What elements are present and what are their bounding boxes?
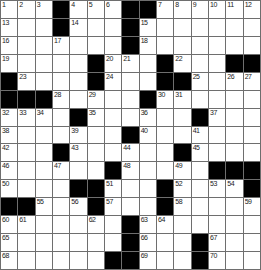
cell-r11c13[interactable]: 53 bbox=[209, 180, 225, 197]
clue-number-18: 18 bbox=[141, 37, 148, 45]
clue-number-55: 55 bbox=[37, 198, 44, 206]
cell-r2c11[interactable] bbox=[174, 19, 190, 36]
cell-r4c2[interactable] bbox=[18, 55, 34, 72]
cell-r1c2[interactable]: 2 bbox=[18, 1, 34, 18]
cell-r7c9[interactable]: 36 bbox=[140, 109, 156, 126]
cell-r9c15[interactable] bbox=[244, 144, 260, 161]
cell-r15c5[interactable] bbox=[70, 252, 86, 269]
clue-number-9: 9 bbox=[193, 1, 196, 9]
cell-r8c4[interactable] bbox=[53, 127, 69, 144]
clue-number-12: 12 bbox=[245, 1, 252, 9]
clue-number-43: 43 bbox=[71, 144, 78, 152]
black-square-r5c6 bbox=[88, 73, 104, 90]
cell-r12c3[interactable]: 55 bbox=[36, 198, 52, 215]
cell-r2c13[interactable] bbox=[209, 19, 225, 36]
cell-r5c12[interactable]: 25 bbox=[192, 73, 208, 90]
black-square-r4c10 bbox=[157, 55, 173, 72]
black-square-r12c1 bbox=[1, 198, 17, 215]
cell-r7c8[interactable] bbox=[122, 109, 138, 126]
cell-r15c4[interactable] bbox=[53, 252, 69, 269]
black-square-r9c11 bbox=[174, 144, 190, 161]
clue-number-19: 19 bbox=[2, 55, 9, 63]
cell-r5c8[interactable] bbox=[122, 73, 138, 90]
clue-number-58: 58 bbox=[175, 198, 182, 206]
clue-number-48: 48 bbox=[123, 162, 130, 170]
cell-r4c8[interactable]: 21 bbox=[122, 55, 138, 72]
cell-r1c13[interactable]: 10 bbox=[209, 1, 225, 18]
cell-r7c2[interactable]: 33 bbox=[18, 109, 34, 126]
cell-r12c4[interactable] bbox=[53, 198, 69, 215]
cell-r3c15[interactable] bbox=[244, 37, 260, 54]
cell-r8c12[interactable]: 41 bbox=[192, 127, 208, 144]
cell-r11c11[interactable]: 52 bbox=[174, 180, 190, 197]
clue-number-11: 11 bbox=[227, 1, 233, 9]
black-square-r12c10 bbox=[157, 198, 173, 215]
clue-number-50: 50 bbox=[2, 180, 9, 188]
clue-number-7: 7 bbox=[158, 1, 161, 9]
cell-r9c13[interactable] bbox=[209, 144, 225, 161]
black-square-r6c3 bbox=[36, 91, 52, 108]
cell-r12c5[interactable]: 56 bbox=[70, 198, 86, 215]
cell-r8c7[interactable] bbox=[105, 127, 121, 144]
cell-r1c10[interactable]: 7 bbox=[157, 1, 173, 18]
cell-r10c6[interactable] bbox=[88, 162, 104, 179]
black-square-r5c10 bbox=[157, 73, 173, 90]
clue-number-21: 21 bbox=[123, 55, 130, 63]
cell-r3c1[interactable]: 16 bbox=[1, 37, 17, 54]
clue-number-61: 61 bbox=[19, 216, 26, 224]
clue-number-31: 31 bbox=[175, 91, 182, 99]
cell-r11c7[interactable]: 51 bbox=[105, 180, 121, 197]
cell-r1c15[interactable]: 12 bbox=[244, 1, 260, 18]
cell-r9c7[interactable] bbox=[105, 144, 121, 161]
cell-r6c6[interactable]: 29 bbox=[88, 91, 104, 108]
cell-r13c15[interactable] bbox=[244, 216, 260, 233]
black-square-r8c8 bbox=[122, 127, 138, 144]
cell-r2c9[interactable]: 15 bbox=[140, 19, 156, 36]
cell-r7c13[interactable]: 37 bbox=[209, 109, 225, 126]
clue-number-33: 33 bbox=[19, 109, 26, 117]
cell-r10c5[interactable] bbox=[70, 162, 86, 179]
black-square-r11c10 bbox=[157, 180, 173, 197]
clue-number-62: 62 bbox=[89, 216, 96, 224]
clue-number-10: 10 bbox=[210, 1, 217, 9]
cell-r15c9[interactable]: 69 bbox=[140, 252, 156, 269]
clue-number-15: 15 bbox=[141, 19, 148, 27]
cell-r3c7[interactable] bbox=[105, 37, 121, 54]
cell-r3c9[interactable]: 18 bbox=[140, 37, 156, 54]
black-square-r7c12 bbox=[192, 109, 208, 126]
cell-r13c5[interactable] bbox=[70, 216, 86, 233]
cell-r6c15[interactable] bbox=[244, 91, 260, 108]
black-square-r4c15 bbox=[244, 55, 260, 72]
cell-r14c14[interactable] bbox=[226, 234, 242, 251]
clue-number-53: 53 bbox=[210, 180, 217, 188]
black-square-r3c8 bbox=[122, 37, 138, 54]
cell-r4c7[interactable]: 20 bbox=[105, 55, 121, 72]
cell-r9c8[interactable]: 44 bbox=[122, 144, 138, 161]
clue-number-65: 65 bbox=[2, 234, 9, 242]
cell-r3c4[interactable]: 17 bbox=[53, 37, 69, 54]
cell-r10c1[interactable]: 46 bbox=[1, 162, 17, 179]
cell-r8c9[interactable]: 40 bbox=[140, 127, 156, 144]
clue-number-45: 45 bbox=[193, 144, 200, 152]
cell-r8c11[interactable] bbox=[174, 127, 190, 144]
cell-r15c1[interactable]: 68 bbox=[1, 252, 17, 269]
cell-r11c12[interactable] bbox=[192, 180, 208, 197]
cell-r4c12[interactable] bbox=[192, 55, 208, 72]
cell-r14c2[interactable] bbox=[18, 234, 34, 251]
cell-r10c2[interactable] bbox=[18, 162, 34, 179]
cell-r5c3[interactable] bbox=[36, 73, 52, 90]
cell-r14c4[interactable] bbox=[53, 234, 69, 251]
clue-number-2: 2 bbox=[19, 1, 22, 9]
cell-r3c2[interactable] bbox=[18, 37, 34, 54]
cell-r11c2[interactable] bbox=[18, 180, 34, 197]
clue-number-38: 38 bbox=[2, 127, 9, 135]
clue-number-39: 39 bbox=[71, 127, 78, 135]
clue-number-23: 23 bbox=[19, 73, 26, 81]
black-square-r10c13 bbox=[209, 162, 225, 179]
clue-number-37: 37 bbox=[210, 109, 217, 117]
clue-number-63: 63 bbox=[141, 216, 148, 224]
cell-r8c5[interactable]: 39 bbox=[70, 127, 86, 144]
clue-number-69: 69 bbox=[141, 252, 148, 260]
black-square-r10c15 bbox=[244, 162, 260, 179]
clue-number-34: 34 bbox=[37, 109, 44, 117]
cell-r14c13[interactable]: 67 bbox=[209, 234, 225, 251]
cell-r5c2[interactable]: 23 bbox=[18, 73, 34, 90]
cell-r6c11[interactable]: 31 bbox=[174, 91, 190, 108]
cell-r14c1[interactable]: 65 bbox=[1, 234, 17, 251]
clue-number-30: 30 bbox=[158, 91, 165, 99]
clue-number-54: 54 bbox=[227, 180, 234, 188]
clue-number-36: 36 bbox=[141, 109, 148, 117]
cell-r11c14[interactable]: 54 bbox=[226, 180, 242, 197]
cell-r10c10[interactable] bbox=[157, 162, 173, 179]
clue-number-66: 66 bbox=[141, 234, 148, 242]
black-square-r5c1 bbox=[1, 73, 17, 90]
cell-r13c14[interactable] bbox=[226, 216, 242, 233]
clue-number-35: 35 bbox=[89, 109, 96, 117]
cell-r11c3[interactable] bbox=[36, 180, 52, 197]
clue-number-49: 49 bbox=[175, 162, 182, 170]
black-square-r5c11 bbox=[174, 73, 190, 90]
cell-r3c6[interactable] bbox=[88, 37, 104, 54]
cell-r4c1[interactable]: 19 bbox=[1, 55, 17, 72]
cell-r9c12[interactable]: 45 bbox=[192, 144, 208, 161]
cell-r4c3[interactable] bbox=[36, 55, 52, 72]
cell-r1c11[interactable]: 8 bbox=[174, 1, 190, 18]
cell-r3c11[interactable] bbox=[174, 37, 190, 54]
black-square-r10c14 bbox=[226, 162, 242, 179]
cell-r4c13[interactable] bbox=[209, 55, 225, 72]
cell-r9c6[interactable] bbox=[88, 144, 104, 161]
black-square-r1c9 bbox=[140, 1, 156, 18]
cell-r13c13[interactable] bbox=[209, 216, 225, 233]
clue-number-56: 56 bbox=[71, 198, 78, 206]
clue-number-6: 6 bbox=[106, 1, 109, 9]
cell-r3c5[interactable] bbox=[70, 37, 86, 54]
cell-r7c10[interactable] bbox=[157, 109, 173, 126]
cell-r14c15[interactable] bbox=[244, 234, 260, 251]
cell-r13c11[interactable] bbox=[174, 216, 190, 233]
cell-r15c10[interactable] bbox=[157, 252, 173, 269]
black-square-r6c1 bbox=[1, 91, 17, 108]
cell-r8c14[interactable] bbox=[226, 127, 242, 144]
cell-r1c5[interactable]: 4 bbox=[70, 1, 86, 18]
cell-r12c13[interactable] bbox=[209, 198, 225, 215]
cell-r13c1[interactable]: 60 bbox=[1, 216, 17, 233]
cell-r15c3[interactable] bbox=[36, 252, 52, 269]
cell-r13c10[interactable]: 64 bbox=[157, 216, 173, 233]
cell-r1c7[interactable]: 6 bbox=[105, 1, 121, 18]
cell-r13c3[interactable] bbox=[36, 216, 52, 233]
cell-r14c10[interactable] bbox=[157, 234, 173, 251]
cell-r7c11[interactable] bbox=[174, 109, 190, 126]
cell-r12c9[interactable] bbox=[140, 198, 156, 215]
cell-r2c5[interactable]: 14 bbox=[70, 19, 86, 36]
cell-r8c3[interactable] bbox=[36, 127, 52, 144]
black-square-r4c14 bbox=[226, 55, 242, 72]
cell-r8c2[interactable] bbox=[18, 127, 34, 144]
clue-number-13: 13 bbox=[2, 19, 9, 27]
cell-r2c14[interactable] bbox=[226, 19, 242, 36]
black-square-r15c7 bbox=[105, 252, 121, 269]
cell-r8c1[interactable]: 38 bbox=[1, 127, 17, 144]
black-square-r10c7 bbox=[105, 162, 121, 179]
cell-r6c4[interactable]: 28 bbox=[53, 91, 69, 108]
clue-number-64: 64 bbox=[158, 216, 165, 224]
cell-r5c7[interactable]: 24 bbox=[105, 73, 121, 90]
cell-r2c15[interactable] bbox=[244, 19, 260, 36]
cell-r3c10[interactable] bbox=[157, 37, 173, 54]
cell-r7c14[interactable] bbox=[226, 109, 242, 126]
black-square-r6c2 bbox=[18, 91, 34, 108]
clue-number-68: 68 bbox=[2, 252, 9, 260]
cell-r2c12[interactable] bbox=[192, 19, 208, 36]
cell-r13c6[interactable]: 62 bbox=[88, 216, 104, 233]
cell-r14c11[interactable] bbox=[174, 234, 190, 251]
cell-r15c6[interactable] bbox=[88, 252, 104, 269]
cell-r1c14[interactable]: 11 bbox=[226, 1, 242, 18]
cell-r2c3[interactable] bbox=[36, 19, 52, 36]
clue-number-14: 14 bbox=[71, 19, 78, 27]
clue-number-41: 41 bbox=[193, 127, 200, 135]
cell-r3c13[interactable] bbox=[209, 37, 225, 54]
clue-number-26: 26 bbox=[227, 73, 234, 81]
clue-number-25: 25 bbox=[193, 73, 200, 81]
clue-number-67: 67 bbox=[210, 234, 217, 242]
clue-number-5: 5 bbox=[89, 1, 92, 9]
cell-r14c9[interactable]: 66 bbox=[140, 234, 156, 251]
crossword-grid: 1234567891011121314151617181920212223242… bbox=[0, 0, 261, 270]
cell-r1c3[interactable]: 3 bbox=[36, 1, 52, 18]
cell-r15c2[interactable] bbox=[18, 252, 34, 269]
black-square-r15c8 bbox=[122, 252, 138, 269]
clue-number-16: 16 bbox=[2, 37, 9, 45]
cell-r9c3[interactable] bbox=[36, 144, 52, 161]
cell-r5c13[interactable] bbox=[209, 73, 225, 90]
cell-r13c2[interactable]: 61 bbox=[18, 216, 34, 233]
cell-r12c7[interactable]: 57 bbox=[105, 198, 121, 215]
black-square-r11c6 bbox=[88, 180, 104, 197]
cell-r10c4[interactable]: 47 bbox=[53, 162, 69, 179]
clue-number-70: 70 bbox=[210, 252, 217, 260]
cell-r6c10[interactable]: 30 bbox=[157, 91, 173, 108]
cell-r10c8[interactable]: 48 bbox=[122, 162, 138, 179]
cell-r14c5[interactable] bbox=[70, 234, 86, 251]
cell-r9c10[interactable] bbox=[157, 144, 173, 161]
clue-number-20: 20 bbox=[106, 55, 113, 63]
cell-r7c15[interactable] bbox=[244, 109, 260, 126]
cell-r12c14[interactable] bbox=[226, 198, 242, 215]
black-square-r14c12 bbox=[192, 234, 208, 251]
cell-r12c15[interactable]: 59 bbox=[244, 198, 260, 215]
cell-r6c7[interactable] bbox=[105, 91, 121, 108]
cell-r10c3[interactable] bbox=[36, 162, 52, 179]
cell-r8c10[interactable] bbox=[157, 127, 173, 144]
cell-r15c14[interactable] bbox=[226, 252, 242, 269]
cell-r14c7[interactable] bbox=[105, 234, 121, 251]
black-square-r1c4 bbox=[53, 1, 69, 18]
clue-number-59: 59 bbox=[245, 198, 252, 206]
clue-number-52: 52 bbox=[175, 180, 182, 188]
cell-r5c4[interactable] bbox=[53, 73, 69, 90]
clue-number-44: 44 bbox=[123, 144, 130, 152]
clue-number-8: 8 bbox=[175, 1, 178, 9]
cell-r5c5[interactable] bbox=[70, 73, 86, 90]
clue-number-1: 1 bbox=[2, 1, 5, 9]
cell-r11c9[interactable] bbox=[140, 180, 156, 197]
cell-r6c14[interactable] bbox=[226, 91, 242, 108]
cell-r15c13[interactable]: 70 bbox=[209, 252, 225, 269]
cell-r7c6[interactable]: 35 bbox=[88, 109, 104, 126]
cell-r8c13[interactable] bbox=[209, 127, 225, 144]
cell-r4c5[interactable] bbox=[70, 55, 86, 72]
black-square-r13c8 bbox=[122, 216, 138, 233]
cell-r13c7[interactable] bbox=[105, 216, 121, 233]
cell-r13c12[interactable] bbox=[192, 216, 208, 233]
cell-r11c4[interactable] bbox=[53, 180, 69, 197]
cell-r8c6[interactable] bbox=[88, 127, 104, 144]
cell-r9c9[interactable] bbox=[140, 144, 156, 161]
black-square-r4c6 bbox=[88, 55, 104, 72]
cell-r9c14[interactable] bbox=[226, 144, 242, 161]
cell-r5c15[interactable]: 27 bbox=[244, 73, 260, 90]
cell-r4c11[interactable]: 22 bbox=[174, 55, 190, 72]
cell-r4c9[interactable] bbox=[140, 55, 156, 72]
black-square-r9c4 bbox=[53, 144, 69, 161]
cell-r2c1[interactable]: 13 bbox=[1, 19, 17, 36]
cell-r10c11[interactable]: 49 bbox=[174, 162, 190, 179]
cell-r10c9[interactable] bbox=[140, 162, 156, 179]
cell-r7c7[interactable] bbox=[105, 109, 121, 126]
clue-number-47: 47 bbox=[54, 162, 61, 170]
black-square-r14c8 bbox=[122, 234, 138, 251]
crossword-board: 1234567891011121314151617181920212223242… bbox=[0, 0, 261, 270]
cell-r3c14[interactable] bbox=[226, 37, 242, 54]
cell-r1c1[interactable]: 1 bbox=[1, 1, 17, 18]
cell-r14c3[interactable] bbox=[36, 234, 52, 251]
cell-r6c5[interactable] bbox=[70, 91, 86, 108]
clue-number-40: 40 bbox=[141, 127, 148, 135]
cell-r2c10[interactable] bbox=[157, 19, 173, 36]
cell-r2c7[interactable] bbox=[105, 19, 121, 36]
cell-r10c12[interactable] bbox=[192, 162, 208, 179]
black-square-r15c12 bbox=[192, 252, 208, 269]
cell-r15c15[interactable] bbox=[244, 252, 260, 269]
cell-r2c2[interactable] bbox=[18, 19, 34, 36]
cell-r3c12[interactable] bbox=[192, 37, 208, 54]
clue-number-42: 42 bbox=[2, 144, 9, 152]
cell-r13c9[interactable]: 63 bbox=[140, 216, 156, 233]
clue-number-32: 32 bbox=[2, 109, 9, 117]
cell-r3c3[interactable] bbox=[36, 37, 52, 54]
clue-number-3: 3 bbox=[37, 1, 40, 9]
black-square-r2c8 bbox=[122, 19, 138, 36]
black-square-r2c4 bbox=[53, 19, 69, 36]
black-square-r1c8 bbox=[122, 1, 138, 18]
clue-number-46: 46 bbox=[2, 162, 9, 170]
black-square-r12c2 bbox=[18, 198, 34, 215]
clue-number-27: 27 bbox=[245, 73, 252, 81]
clue-number-17: 17 bbox=[54, 37, 61, 45]
cell-r12c8[interactable] bbox=[122, 198, 138, 215]
cell-r5c9[interactable] bbox=[140, 73, 156, 90]
cell-r4c4[interactable] bbox=[53, 55, 69, 72]
cell-r6c12[interactable] bbox=[192, 91, 208, 108]
cell-r5c14[interactable]: 26 bbox=[226, 73, 242, 90]
cell-r7c3[interactable]: 34 bbox=[36, 109, 52, 126]
clue-number-28: 28 bbox=[54, 91, 61, 99]
black-square-r11c15 bbox=[244, 180, 260, 197]
clue-number-4: 4 bbox=[71, 1, 74, 9]
clue-number-60: 60 bbox=[2, 216, 9, 224]
cell-r11c8[interactable] bbox=[122, 180, 138, 197]
black-square-r11c5 bbox=[70, 180, 86, 197]
cell-r8c15[interactable] bbox=[244, 127, 260, 144]
clue-number-29: 29 bbox=[89, 91, 96, 99]
cell-r7c4[interactable] bbox=[53, 109, 69, 126]
cell-r2c6[interactable] bbox=[88, 19, 104, 36]
cell-r9c2[interactable] bbox=[18, 144, 34, 161]
cell-r9c5[interactable]: 43 bbox=[70, 144, 86, 161]
cell-r11c1[interactable]: 50 bbox=[1, 180, 17, 197]
cell-r6c8[interactable] bbox=[122, 91, 138, 108]
cell-r12c11[interactable]: 58 bbox=[174, 198, 190, 215]
cell-r14c6[interactable] bbox=[88, 234, 104, 251]
cell-r12c12[interactable] bbox=[192, 198, 208, 215]
black-square-r12c6 bbox=[88, 198, 104, 215]
clue-number-51: 51 bbox=[106, 180, 113, 188]
cell-r9c1[interactable]: 42 bbox=[1, 144, 17, 161]
black-square-r6c9 bbox=[140, 91, 156, 108]
clue-number-24: 24 bbox=[106, 73, 113, 81]
cell-r7c1[interactable]: 32 bbox=[1, 109, 17, 126]
cell-r13c4[interactable] bbox=[53, 216, 69, 233]
black-square-r7c5 bbox=[70, 109, 86, 126]
cell-r15c11[interactable] bbox=[174, 252, 190, 269]
clue-number-57: 57 bbox=[106, 198, 113, 206]
cell-r1c12[interactable]: 9 bbox=[192, 1, 208, 18]
cell-r1c6[interactable]: 5 bbox=[88, 1, 104, 18]
clue-number-22: 22 bbox=[175, 55, 182, 63]
cell-r6c13[interactable] bbox=[209, 91, 225, 108]
